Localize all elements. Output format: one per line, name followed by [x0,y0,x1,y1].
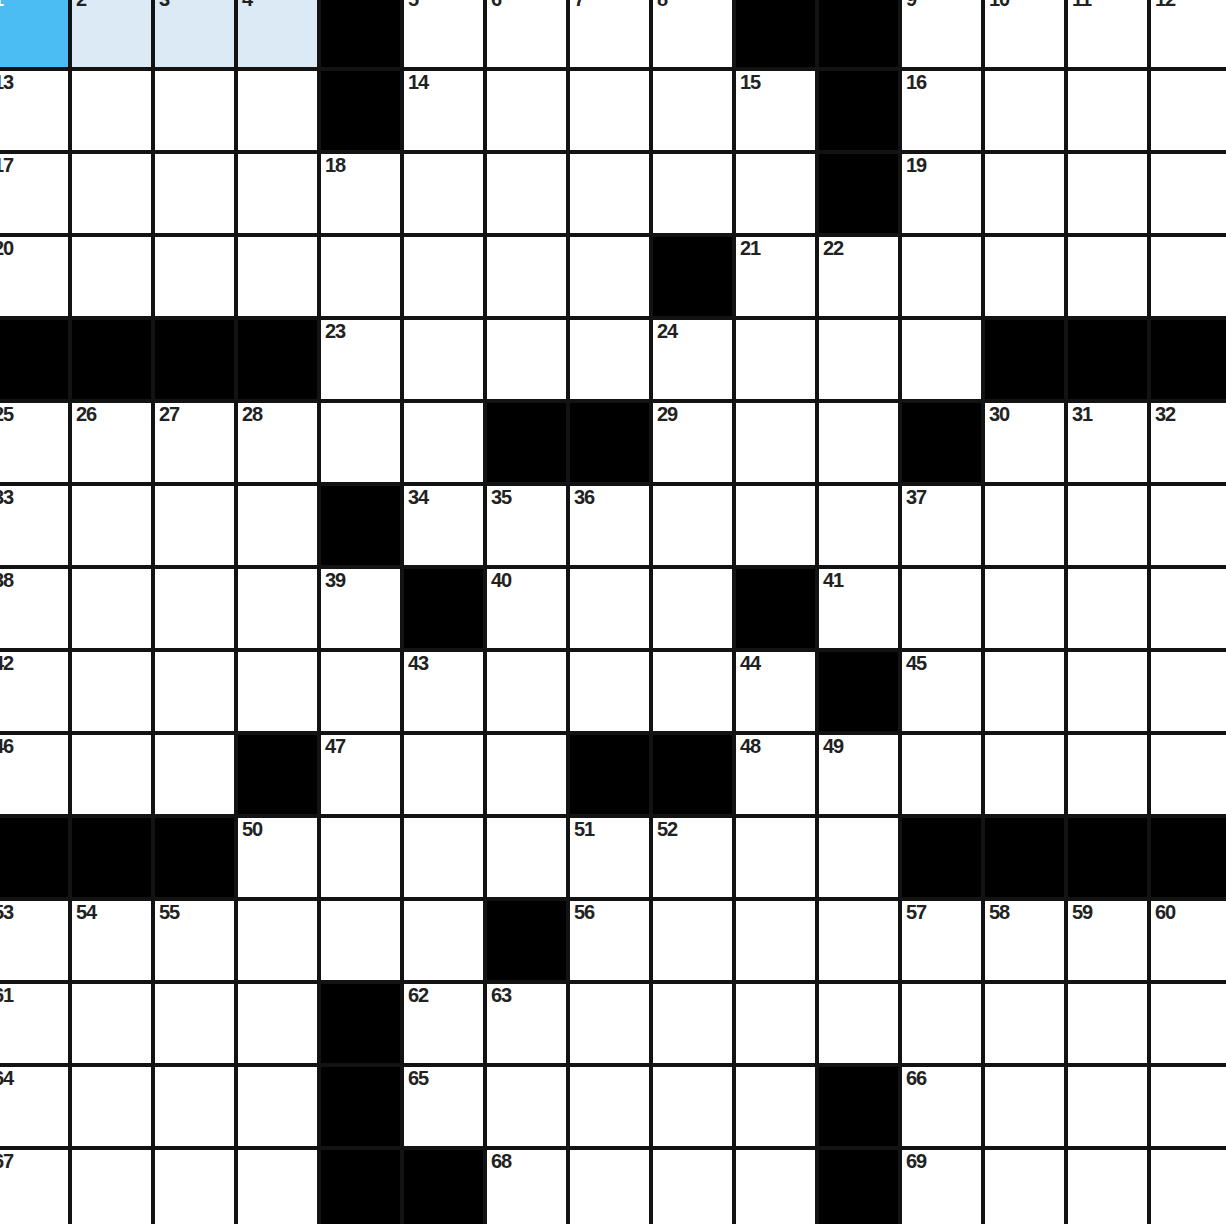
cell-r7c12[interactable]: 37 [902,486,981,565]
cell-r6c11[interactable] [819,403,898,482]
clue-number-63: 63 [491,985,511,1006]
cell-r1c6[interactable]: 5 [404,0,483,67]
cell-r8c7[interactable]: 40 [487,569,566,648]
cell-r10c6[interactable] [404,735,483,814]
cell-r14c6[interactable]: 65 [404,1067,483,1146]
cell-r13c9[interactable] [653,984,732,1063]
cell-r1c4[interactable]: 4 [238,0,317,67]
cell-r15c3[interactable] [155,1150,234,1224]
cell-r12c11[interactable] [819,901,898,980]
cell-r6c4[interactable]: 28 [238,403,317,482]
cell-r9c1[interactable]: 42 [0,652,68,731]
black-cell-r1c11 [819,0,898,67]
cell-r1c8[interactable]: 7 [570,0,649,67]
cell-r15c2[interactable] [72,1150,151,1224]
cell-r11c8[interactable]: 51 [570,818,649,897]
cell-r14c4[interactable] [238,1067,317,1146]
clue-number-52: 52 [657,819,677,840]
clue-number-1: 1 [0,0,3,10]
cell-r3c12[interactable]: 19 [902,154,981,233]
cell-r13c12[interactable] [902,984,981,1063]
clue-number-68: 68 [491,1151,511,1172]
cell-r6c2[interactable]: 26 [72,403,151,482]
cell-r15c4[interactable] [238,1150,317,1224]
cell-r7c4[interactable] [238,486,317,565]
cell-r1c9[interactable]: 8 [653,0,732,67]
cell-r2c14[interactable] [1068,71,1147,150]
clue-number-60: 60 [1155,902,1175,923]
cell-r8c12[interactable] [902,569,981,648]
cell-r5c7[interactable] [487,320,566,399]
cell-r7c9[interactable] [653,486,732,565]
crossword-grid: 1234567891011121314151617181920212223242… [0,0,1226,1224]
cell-r15c1[interactable]: 67 [0,1150,68,1224]
cell-r14c13[interactable] [985,1067,1064,1146]
cell-r9c15[interactable] [1151,652,1226,731]
clue-number-55: 55 [159,902,179,923]
clue-number-21: 21 [740,238,760,259]
cell-r7c2[interactable] [72,486,151,565]
clue-number-27: 27 [159,404,179,425]
black-cell-r10c4 [238,735,317,814]
clue-number-3: 3 [159,0,169,10]
cell-r11c10[interactable] [736,818,815,897]
cell-r2c4[interactable] [238,71,317,150]
cell-r13c4[interactable] [238,984,317,1063]
cell-r3c10[interactable] [736,154,815,233]
cell-r13c10[interactable] [736,984,815,1063]
clue-number-26: 26 [76,404,96,425]
black-cell-r10c8 [570,735,649,814]
cell-r2c6[interactable]: 14 [404,71,483,150]
cell-r9c13[interactable] [985,652,1064,731]
cell-r6c15[interactable]: 32 [1151,403,1226,482]
cell-r12c12[interactable]: 57 [902,901,981,980]
clue-number-45: 45 [906,653,926,674]
cell-r7c8[interactable]: 36 [570,486,649,565]
clue-number-33: 33 [0,487,13,508]
clue-number-44: 44 [740,653,760,674]
cell-r10c10[interactable]: 48 [736,735,815,814]
cell-r3c13[interactable] [985,154,1064,233]
clue-number-43: 43 [408,653,428,674]
clue-number-67: 67 [0,1151,13,1172]
black-cell-r4c9 [653,237,732,316]
cell-r13c3[interactable] [155,984,234,1063]
cell-r14c7[interactable] [487,1067,566,1146]
cell-r4c10[interactable]: 21 [736,237,815,316]
cell-r1c12[interactable]: 9 [902,0,981,67]
clue-number-19: 19 [906,155,926,176]
cell-r8c8[interactable] [570,569,649,648]
cell-r12c9[interactable] [653,901,732,980]
cell-r15c9[interactable] [653,1150,732,1224]
clue-number-4: 4 [242,0,252,10]
cell-r14c8[interactable] [570,1067,649,1146]
black-cell-r5c1 [0,320,68,399]
black-cell-r5c4 [238,320,317,399]
black-cell-r10c9 [653,735,732,814]
cell-r4c4[interactable] [238,237,317,316]
cell-r9c2[interactable] [72,652,151,731]
cell-r8c11[interactable]: 41 [819,569,898,648]
black-cell-r5c14 [1068,320,1147,399]
clue-number-16: 16 [906,72,926,93]
cell-r5c10[interactable] [736,320,815,399]
cell-r12c3[interactable]: 55 [155,901,234,980]
cell-r2c8[interactable] [570,71,649,150]
cell-r3c14[interactable] [1068,154,1147,233]
cell-r1c7[interactable]: 6 [487,0,566,67]
clue-number-12: 12 [1155,0,1175,10]
cell-r8c9[interactable] [653,569,732,648]
cell-r6c1[interactable]: 25 [0,403,68,482]
black-cell-r12c7 [487,901,566,980]
clue-number-11: 11 [1072,0,1091,10]
cell-r12c14[interactable]: 59 [1068,901,1147,980]
clue-number-34: 34 [408,487,428,508]
cell-r1c1[interactable]: 1 [0,0,68,67]
cell-r8c2[interactable] [72,569,151,648]
cell-r13c15[interactable] [1151,984,1226,1063]
clue-number-17: 17 [0,155,13,176]
cell-r8c13[interactable] [985,569,1064,648]
clue-number-30: 30 [989,404,1009,425]
crossword-app: 1234567891011121314151617181920212223242… [0,0,1226,1224]
cell-r9c6[interactable]: 43 [404,652,483,731]
black-cell-r3c11 [819,154,898,233]
clue-number-18: 18 [325,155,345,176]
cell-r9c8[interactable] [570,652,649,731]
clue-number-29: 29 [657,404,677,425]
clue-number-48: 48 [740,736,760,757]
cell-r9c12[interactable]: 45 [902,652,981,731]
black-cell-r11c15 [1151,818,1226,897]
cell-r8c15[interactable] [1151,569,1226,648]
black-cell-r11c13 [985,818,1064,897]
cell-r14c3[interactable] [155,1067,234,1146]
cell-r13c14[interactable] [1068,984,1147,1063]
cell-r3c5[interactable]: 18 [321,154,400,233]
cell-r6c13[interactable]: 30 [985,403,1064,482]
cell-r15c14[interactable] [1068,1150,1147,1224]
clue-number-66: 66 [906,1068,926,1089]
cell-r11c4[interactable]: 50 [238,818,317,897]
clue-number-69: 69 [906,1151,926,1172]
cell-r10c5[interactable]: 47 [321,735,400,814]
cell-r2c12[interactable]: 16 [902,71,981,150]
cell-r10c14[interactable] [1068,735,1147,814]
clue-number-2: 2 [76,0,86,10]
black-cell-r8c6 [404,569,483,648]
cell-r2c3[interactable] [155,71,234,150]
cell-r6c9[interactable]: 29 [653,403,732,482]
cell-r10c2[interactable] [72,735,151,814]
cell-r9c7[interactable] [487,652,566,731]
cell-r7c14[interactable] [1068,486,1147,565]
cell-r5c11[interactable] [819,320,898,399]
cell-r12c10[interactable] [736,901,815,980]
cell-r7c3[interactable] [155,486,234,565]
clue-number-35: 35 [491,487,511,508]
cell-r12c1[interactable]: 53 [0,901,68,980]
cell-r11c7[interactable] [487,818,566,897]
black-cell-r1c10 [736,0,815,67]
cell-r15c8[interactable] [570,1150,649,1224]
clue-number-37: 37 [906,487,926,508]
clue-number-28: 28 [242,404,262,425]
cell-r14c2[interactable] [72,1067,151,1146]
clue-number-54: 54 [76,902,96,923]
cell-r3c7[interactable] [487,154,566,233]
black-cell-r11c14 [1068,818,1147,897]
clue-number-58: 58 [989,902,1009,923]
cell-r2c9[interactable] [653,71,732,150]
cell-r9c9[interactable] [653,652,732,731]
clue-number-59: 59 [1072,902,1092,923]
clue-number-42: 42 [0,653,13,674]
clue-number-15: 15 [740,72,760,93]
black-cell-r6c12 [902,403,981,482]
cell-r10c11[interactable]: 49 [819,735,898,814]
cell-r12c5[interactable] [321,901,400,980]
black-cell-r11c2 [72,818,151,897]
cell-r3c2[interactable] [72,154,151,233]
cell-r12c13[interactable]: 58 [985,901,1064,980]
cell-r12c6[interactable] [404,901,483,980]
black-cell-r2c5 [321,71,400,150]
cell-r9c3[interactable] [155,652,234,731]
cell-r7c7[interactable]: 35 [487,486,566,565]
cell-r15c12[interactable]: 69 [902,1150,981,1224]
clue-number-50: 50 [242,819,262,840]
cell-r13c1[interactable]: 61 [0,984,68,1063]
cell-r15c13[interactable] [985,1150,1064,1224]
cell-r10c1[interactable]: 46 [0,735,68,814]
cell-r1c3[interactable]: 3 [155,0,234,67]
clue-number-47: 47 [325,736,345,757]
black-cell-r5c15 [1151,320,1226,399]
cell-r10c15[interactable] [1151,735,1226,814]
clue-number-36: 36 [574,487,594,508]
cell-r1c13[interactable]: 10 [985,0,1064,67]
black-cell-r5c13 [985,320,1064,399]
clue-number-49: 49 [823,736,843,757]
cell-r14c1[interactable]: 64 [0,1067,68,1146]
cell-r7c10[interactable] [736,486,815,565]
cell-r10c3[interactable] [155,735,234,814]
cell-r4c12[interactable] [902,237,981,316]
clue-number-51: 51 [574,819,594,840]
black-cell-r7c5 [321,486,400,565]
cell-r7c6[interactable]: 34 [404,486,483,565]
cell-r3c4[interactable] [238,154,317,233]
cell-r11c11[interactable] [819,818,898,897]
clue-number-10: 10 [989,0,1009,10]
clue-number-31: 31 [1072,404,1092,425]
clue-number-24: 24 [657,321,677,342]
cell-r4c11[interactable]: 22 [819,237,898,316]
cell-r1c2[interactable]: 2 [72,0,151,67]
clue-number-53: 53 [0,902,13,923]
black-cell-r11c3 [155,818,234,897]
cell-r7c13[interactable] [985,486,1064,565]
cell-r4c8[interactable] [570,237,649,316]
cell-r13c13[interactable] [985,984,1064,1063]
cell-r13c7[interactable]: 63 [487,984,566,1063]
cell-r9c5[interactable] [321,652,400,731]
clue-number-23: 23 [325,321,345,342]
cell-r5c6[interactable] [404,320,483,399]
clue-number-13: 13 [0,72,13,93]
clue-number-20: 20 [0,238,13,259]
cell-r8c4[interactable] [238,569,317,648]
cell-r4c2[interactable] [72,237,151,316]
cell-r13c8[interactable] [570,984,649,1063]
cell-r6c3[interactable]: 27 [155,403,234,482]
cell-r14c12[interactable]: 66 [902,1067,981,1146]
cell-r1c15[interactable]: 12 [1151,0,1226,67]
cell-r3c3[interactable] [155,154,234,233]
black-cell-r2c11 [819,71,898,150]
cell-r8c1[interactable]: 38 [0,569,68,648]
clue-number-7: 7 [574,0,584,10]
cell-r13c2[interactable] [72,984,151,1063]
cell-r6c6[interactable] [404,403,483,482]
cell-r14c15[interactable] [1151,1067,1226,1146]
clue-number-57: 57 [906,902,926,923]
cell-r6c14[interactable]: 31 [1068,403,1147,482]
cell-r10c13[interactable] [985,735,1064,814]
cell-r13c11[interactable] [819,984,898,1063]
black-cell-r6c8 [570,403,649,482]
cell-r4c5[interactable] [321,237,400,316]
cell-r4c7[interactable] [487,237,566,316]
black-cell-r11c12 [902,818,981,897]
clue-number-64: 64 [0,1068,13,1089]
clue-number-56: 56 [574,902,594,923]
clue-number-38: 38 [0,570,13,591]
black-cell-r14c5 [321,1067,400,1146]
cell-r3c8[interactable] [570,154,649,233]
clue-number-65: 65 [408,1068,428,1089]
cell-r6c10[interactable] [736,403,815,482]
black-cell-r6c7 [487,403,566,482]
cell-r11c5[interactable] [321,818,400,897]
cell-r2c7[interactable] [487,71,566,150]
cell-r15c15[interactable] [1151,1150,1226,1224]
cell-r7c11[interactable] [819,486,898,565]
cell-r9c4[interactable] [238,652,317,731]
cell-r8c5[interactable]: 39 [321,569,400,648]
cell-r3c1[interactable]: 17 [0,154,68,233]
cell-r11c6[interactable] [404,818,483,897]
cell-r5c8[interactable] [570,320,649,399]
cell-r7c15[interactable] [1151,486,1226,565]
clue-number-5: 5 [408,0,418,10]
cell-r4c14[interactable] [1068,237,1147,316]
cell-r12c4[interactable] [238,901,317,980]
cell-r2c13[interactable] [985,71,1064,150]
cell-r3c15[interactable] [1151,154,1226,233]
cell-r10c7[interactable] [487,735,566,814]
cell-r5c5[interactable]: 23 [321,320,400,399]
clue-number-14: 14 [408,72,428,93]
cell-r2c15[interactable] [1151,71,1226,150]
cell-r7c1[interactable]: 33 [0,486,68,565]
cell-r12c2[interactable]: 54 [72,901,151,980]
black-cell-r15c11 [819,1150,898,1224]
clue-number-8: 8 [657,0,667,10]
cell-r8c3[interactable] [155,569,234,648]
cell-r8c14[interactable] [1068,569,1147,648]
cell-r4c13[interactable] [985,237,1064,316]
cell-r12c15[interactable]: 60 [1151,901,1226,980]
cell-r10c12[interactable] [902,735,981,814]
clue-number-25: 25 [0,404,13,425]
clue-number-32: 32 [1155,404,1175,425]
black-cell-r13c5 [321,984,400,1063]
cell-r5c12[interactable] [902,320,981,399]
cell-r4c1[interactable]: 20 [0,237,68,316]
cell-r2c1[interactable]: 13 [0,71,68,150]
clue-number-39: 39 [325,570,345,591]
cell-r14c10[interactable] [736,1067,815,1146]
cell-r9c14[interactable] [1068,652,1147,731]
clue-number-41: 41 [823,570,843,591]
cell-r15c7[interactable]: 68 [487,1150,566,1224]
black-cell-r8c10 [736,569,815,648]
black-cell-r9c11 [819,652,898,731]
cell-r15c10[interactable] [736,1150,815,1224]
cell-r13c6[interactable]: 62 [404,984,483,1063]
cell-r5c9[interactable]: 24 [653,320,732,399]
clue-number-46: 46 [0,736,13,757]
black-cell-r14c11 [819,1067,898,1146]
cell-r14c14[interactable] [1068,1067,1147,1146]
cell-r1c14[interactable]: 11 [1068,0,1147,67]
clue-number-62: 62 [408,985,428,1006]
cell-r9c10[interactable]: 44 [736,652,815,731]
clue-number-22: 22 [823,238,843,259]
clue-number-61: 61 [0,985,13,1006]
cell-r6c5[interactable] [321,403,400,482]
cell-r2c10[interactable]: 15 [736,71,815,150]
cell-r4c3[interactable] [155,237,234,316]
cell-r12c8[interactable]: 56 [570,901,649,980]
black-cell-r1c5 [321,0,400,67]
black-cell-r15c5 [321,1150,400,1224]
cell-r3c6[interactable] [404,154,483,233]
black-cell-r11c1 [0,818,68,897]
cell-r2c2[interactable] [72,71,151,150]
cell-r11c9[interactable]: 52 [653,818,732,897]
black-cell-r5c3 [155,320,234,399]
black-cell-r15c6 [404,1150,483,1224]
clue-number-9: 9 [906,0,916,10]
clue-number-6: 6 [491,0,501,10]
cell-r3c9[interactable] [653,154,732,233]
cell-r14c9[interactable] [653,1067,732,1146]
black-cell-r5c2 [72,320,151,399]
cell-r4c15[interactable] [1151,237,1226,316]
clue-number-40: 40 [491,570,511,591]
cell-r4c6[interactable] [404,237,483,316]
